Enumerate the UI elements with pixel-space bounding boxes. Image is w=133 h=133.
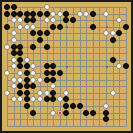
white-stone [17,70,23,76]
white-stone [37,77,43,83]
black-stone [24,90,30,96]
go-board-frame [0,0,133,133]
black-stone [44,77,50,83]
black-stone [24,63,30,69]
black-stone [4,24,10,30]
black-stone [90,110,96,116]
white-stone [110,90,116,96]
black-stone [24,103,30,109]
black-stone [50,63,56,69]
white-stone [11,96,17,102]
black-stone [103,116,109,122]
hoshi-point [66,26,68,28]
black-stone [4,4,10,10]
white-stone [44,4,50,10]
black-stone [44,70,50,76]
black-stone [123,24,129,30]
black-stone [63,17,69,23]
hoshi-point [66,66,68,68]
white-stone [11,30,17,36]
white-stone [77,11,83,17]
white-stone [116,63,122,69]
white-stone [30,77,36,83]
black-stone [17,11,23,17]
grid-line-vertical [113,7,114,127]
white-stone [17,17,23,23]
black-stone [50,77,56,83]
white-stone [63,90,69,96]
black-stone [90,11,96,17]
black-stone [44,11,50,17]
white-stone [4,90,10,96]
white-stone [11,57,17,63]
hoshi-point [106,66,108,68]
black-stone [17,57,23,63]
black-stone [50,90,56,96]
white-stone [50,83,56,89]
white-stone [17,24,23,30]
black-stone [123,63,129,69]
black-stone [110,37,116,43]
white-stone [37,90,43,96]
last-move-marker [58,111,61,114]
grid-line-vertical [99,7,100,127]
black-stone [90,24,96,30]
black-stone [24,77,30,83]
white-stone [4,70,10,76]
black-stone [17,50,23,56]
white-stone [50,11,56,17]
white-stone [11,17,17,23]
white-stone [11,77,17,83]
white-stone [24,24,30,30]
white-stone [11,63,17,69]
black-stone [44,63,50,69]
black-stone [30,30,36,36]
white-stone [30,24,36,30]
white-stone [83,11,89,17]
black-stone [24,11,30,17]
black-stone [50,96,56,102]
black-stone [4,11,10,17]
black-stone [70,103,76,109]
white-stone [110,30,116,36]
black-stone [24,96,30,102]
white-stone [44,17,50,23]
grid-line-vertical [86,7,87,127]
black-stone [103,110,109,116]
black-stone [57,70,63,76]
black-stone [11,11,17,17]
black-stone [44,30,50,36]
black-stone [24,17,30,23]
black-stone [30,17,36,23]
black-stone [70,17,76,23]
white-stone [50,17,56,23]
black-stone [37,30,43,36]
black-stone [63,103,69,109]
white-stone [17,96,23,102]
black-stone [24,83,30,89]
black-stone [37,11,43,17]
black-stone [30,83,36,89]
black-stone [77,103,83,109]
black-stone [110,57,116,63]
black-stone [17,44,23,50]
go-board[interactable] [2,2,131,131]
white-stone [57,96,63,102]
black-stone [63,11,69,17]
white-stone [103,30,109,36]
black-stone [44,44,50,50]
white-stone [57,11,63,17]
black-stone [11,44,17,50]
black-stone [44,96,50,102]
black-stone [50,24,56,30]
white-stone [30,70,36,76]
black-stone [30,110,36,116]
white-stone [30,96,36,102]
black-stone [30,44,36,50]
black-stone [30,11,36,17]
white-stone [17,77,23,83]
black-stone [37,37,43,43]
black-stone [57,24,63,30]
black-stone [24,70,30,76]
white-stone [103,103,109,109]
white-stone [103,11,109,17]
black-stone [83,110,89,116]
black-stone [50,70,56,76]
white-stone [57,110,63,116]
white-stone [116,17,122,23]
black-stone [11,50,17,56]
grid-line-horizontal [7,126,127,127]
white-stone [4,44,10,50]
white-stone [11,37,17,43]
black-stone [17,63,23,69]
white-stone [24,57,30,63]
black-stone [17,90,23,96]
white-stone [37,96,43,102]
black-stone [17,83,23,89]
black-stone [116,30,122,36]
black-stone [63,96,69,102]
black-stone [63,110,69,116]
white-stone [11,83,17,89]
white-stone [50,110,56,116]
black-stone [11,4,17,10]
white-stone [30,63,36,69]
white-stone [44,90,50,96]
